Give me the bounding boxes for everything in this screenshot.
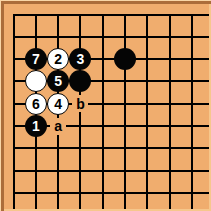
white-stone-2-C17: 2 bbox=[47, 48, 69, 70]
black-stone-1-B14: 1 bbox=[25, 115, 47, 137]
board-edge-right bbox=[209, 0, 211, 211]
go-board-diagram: 7235641ba bbox=[0, 0, 211, 211]
board-edge-top-highlight bbox=[0, 0, 211, 1]
white-stone-4-C15: 4 bbox=[47, 93, 69, 115]
black-stone-F17 bbox=[114, 48, 136, 70]
point-label-a: a bbox=[50, 118, 66, 135]
white-stone-B16 bbox=[25, 70, 47, 92]
board-edge-bottom bbox=[0, 209, 211, 211]
stones-layer: 7235641ba bbox=[2, 3, 203, 204]
black-stone-3-D17: 3 bbox=[69, 48, 91, 70]
board-edge-left-highlight bbox=[0, 0, 1, 211]
black-stone-D16 bbox=[69, 70, 91, 92]
black-stone-7-B17: 7 bbox=[25, 48, 47, 70]
point-label-b: b bbox=[72, 95, 88, 112]
white-stone-6-B15: 6 bbox=[25, 93, 47, 115]
black-stone-5-C16: 5 bbox=[47, 70, 69, 92]
